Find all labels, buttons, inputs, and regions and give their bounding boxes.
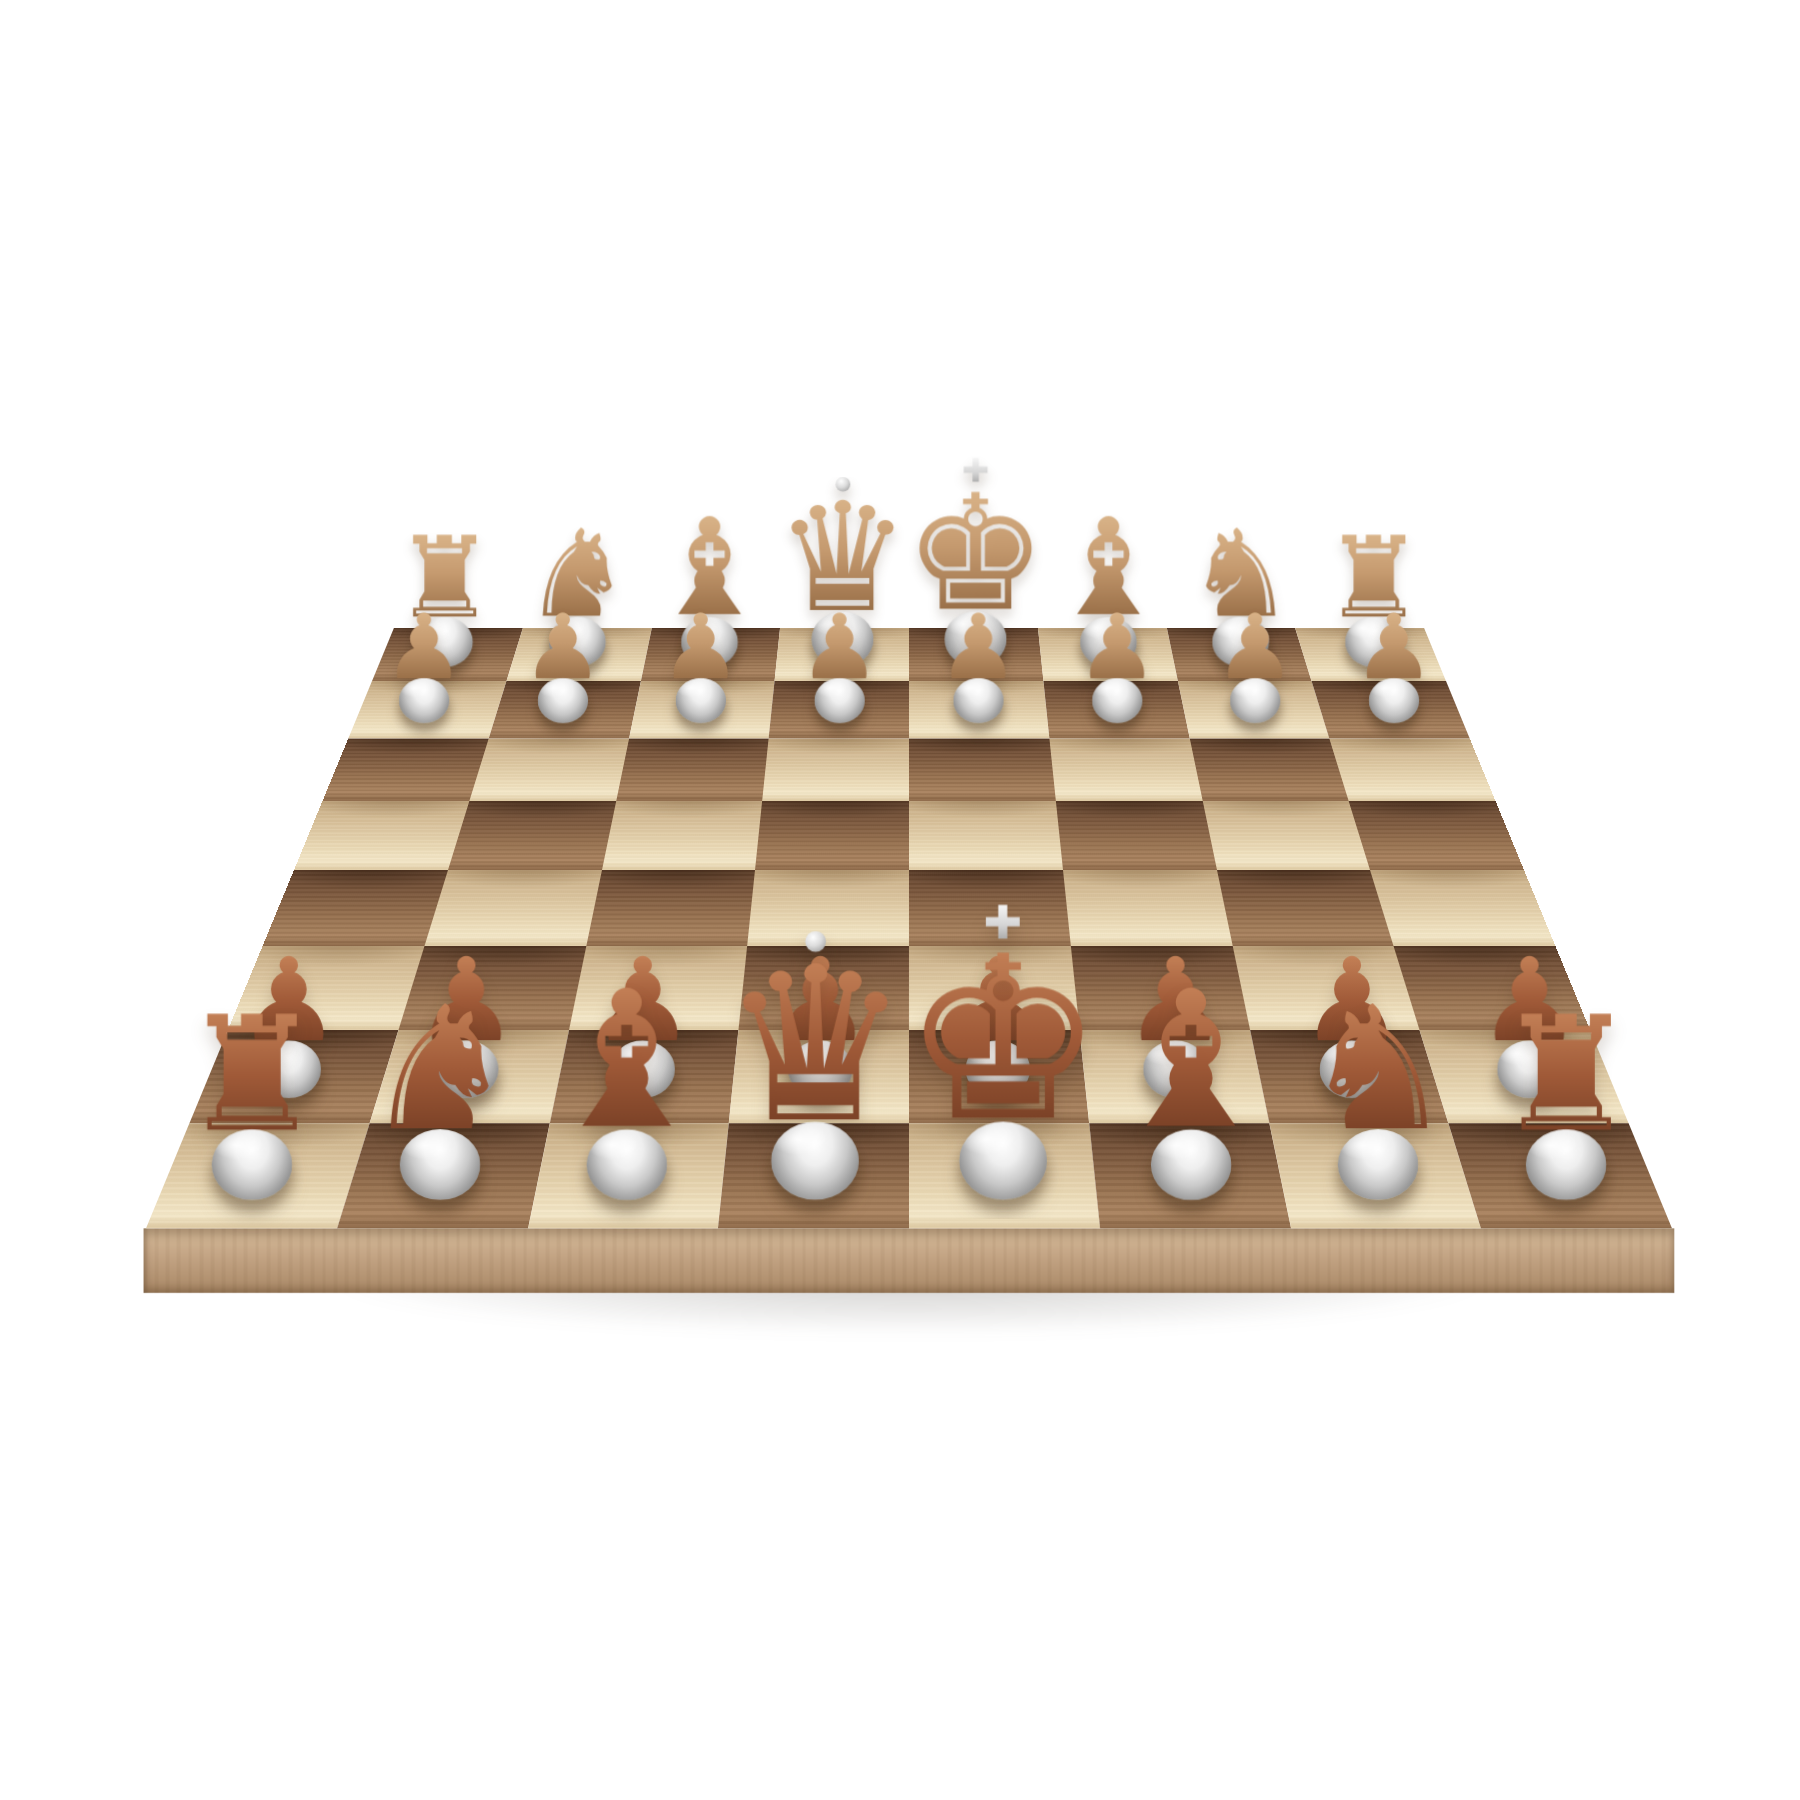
chrome-ball-base xyxy=(399,1129,480,1200)
square-e6[interactable] xyxy=(909,738,1056,801)
chrome-ball-base xyxy=(399,678,449,723)
chrome-ball-base xyxy=(771,1122,859,1200)
square-c6[interactable] xyxy=(616,738,769,801)
chrome-ball-finial xyxy=(835,477,850,492)
square-b5[interactable] xyxy=(448,801,616,870)
square-d5[interactable] xyxy=(755,801,909,870)
chrome-ball-base xyxy=(1526,1129,1607,1200)
square-a5[interactable] xyxy=(294,801,469,870)
square-h6[interactable] xyxy=(1329,738,1495,801)
piece-glyph: ♚ xyxy=(902,936,1105,1144)
piece-mahogany-knight[interactable]: ♞ xyxy=(1228,991,1528,1200)
square-e1[interactable]: ✚♚ xyxy=(909,1124,1100,1229)
square-f6[interactable] xyxy=(1049,738,1202,801)
chrome-cross-finial: ✚ xyxy=(962,454,989,487)
chrome-ball-base xyxy=(1369,678,1419,723)
chrome-ball-base xyxy=(676,678,726,723)
chrome-ball-base xyxy=(953,678,1003,723)
piece-mahogany-knight[interactable]: ♞ xyxy=(289,991,589,1200)
square-h5[interactable] xyxy=(1349,801,1524,870)
square-e5[interactable] xyxy=(909,801,1063,870)
square-b6[interactable] xyxy=(469,738,629,801)
square-g5[interactable] xyxy=(1202,801,1370,870)
chess-board: ♜♞♝♛✚♚♝♞♜♟♟♟♟♟♟♟♟♟♟♟♟♟♟♟♟♜♞♝♛✚♚♝♞♜ xyxy=(146,628,1672,1228)
chrome-ball-base xyxy=(537,678,587,723)
board-front-edge xyxy=(144,1228,1675,1293)
chrome-ball-base xyxy=(1230,678,1280,723)
piece-oak-pawn[interactable]: ♟ xyxy=(1283,606,1505,723)
chrome-ball-base xyxy=(1338,1129,1419,1200)
piece-mahogany-king[interactable]: ✚♚ xyxy=(853,899,1153,1200)
chrome-ball-base xyxy=(1092,678,1142,723)
piece-glyph: ♟ xyxy=(1354,606,1435,689)
square-g6[interactable] xyxy=(1189,738,1349,801)
piece-glyph: ♞ xyxy=(363,991,516,1148)
square-g1[interactable]: ♞ xyxy=(1269,1124,1481,1229)
perspective-wrap: ♜♞♝♛✚♚♝♞♜♟♟♟♟♟♟♟♟♟♟♟♟♟♟♟♟♜♞♝♛✚♚♝♞♜ xyxy=(0,0,1800,1800)
square-b1[interactable]: ♞ xyxy=(337,1124,549,1229)
chrome-ball-base xyxy=(959,1122,1047,1200)
chrome-cross-finial: ✚ xyxy=(983,899,1022,945)
chrome-ball-base xyxy=(1150,1129,1231,1200)
square-h7[interactable]: ♟ xyxy=(1312,681,1470,738)
chrome-ball-finial xyxy=(805,931,826,952)
square-f5[interactable] xyxy=(1056,801,1217,870)
chrome-ball-base xyxy=(587,1129,668,1200)
product-photo-scene: ♜♞♝♛✚♚♝♞♜♟♟♟♟♟♟♟♟♟♟♟♟♟♟♟♟♜♞♝♛✚♚♝♞♜ xyxy=(0,0,1800,1800)
chrome-ball-base xyxy=(814,678,864,723)
chrome-ball-base xyxy=(211,1129,292,1200)
square-a6[interactable] xyxy=(322,738,488,801)
square-c5[interactable] xyxy=(602,801,763,870)
square-d6[interactable] xyxy=(762,738,909,801)
piece-glyph: ♞ xyxy=(1302,991,1455,1148)
